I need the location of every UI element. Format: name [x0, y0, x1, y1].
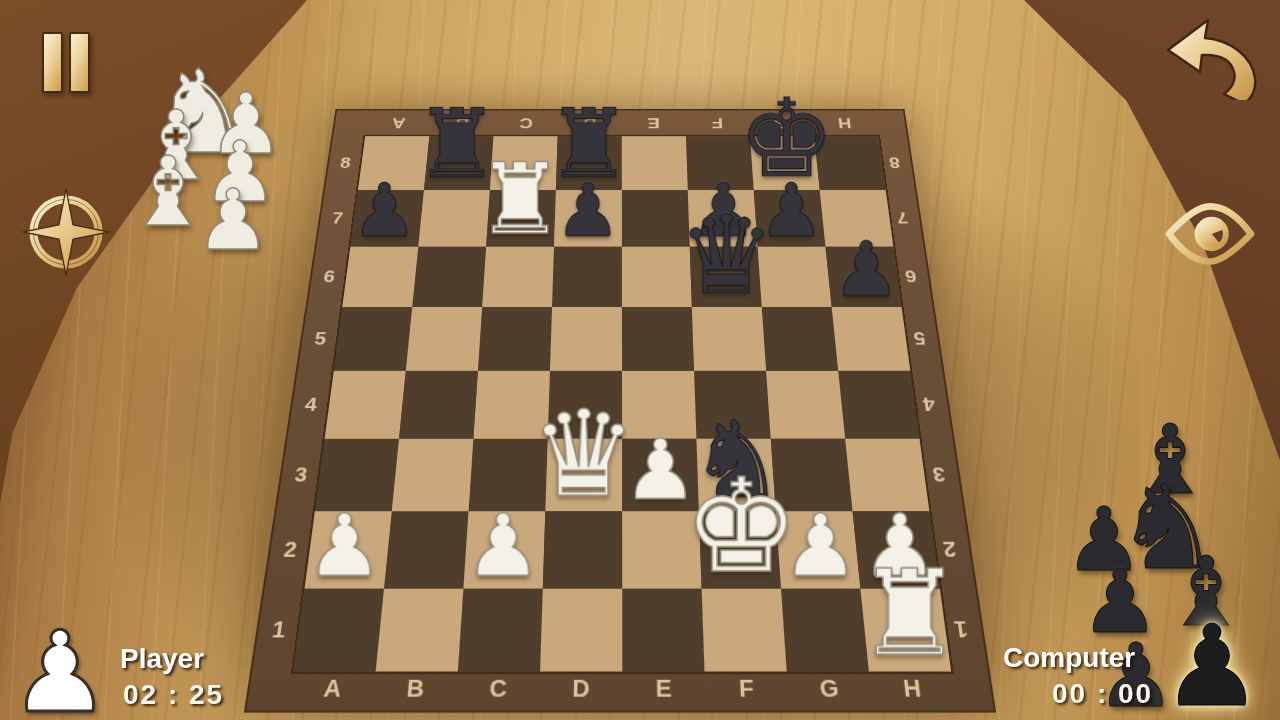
square-a2[interactable]: ♟	[305, 511, 392, 588]
computer-clock: 00 : 00	[1052, 678, 1153, 710]
square-g2[interactable]: ♟	[776, 511, 861, 588]
square-h1[interactable]: ♜	[860, 589, 951, 672]
player-name-label: Player	[120, 643, 204, 675]
board-coordinate-label: G	[786, 667, 872, 710]
board-coordinate-label: 5	[898, 307, 943, 371]
square-f6[interactable]: ♛	[690, 247, 762, 307]
piece-black-pawn-d7[interactable]: ♟	[555, 178, 621, 246]
undo-button[interactable]	[1160, 14, 1264, 100]
player-pawn-icon: ♟	[10, 616, 110, 720]
board-coordinate-label: F	[685, 110, 750, 136]
square-e8[interactable]	[622, 136, 688, 190]
square-d7[interactable]: ♟	[554, 190, 622, 247]
board-coordinate-label: A	[288, 667, 376, 710]
square-e1[interactable]	[622, 589, 704, 672]
piece-white-pawn-g2[interactable]: ♟	[782, 507, 859, 586]
file-labels-bottom: ABCDEFGH	[288, 667, 956, 710]
board-coordinate-label: 8	[875, 136, 915, 190]
square-a5[interactable]	[334, 307, 412, 371]
piece-white-pawn-a2[interactable]: ♟	[306, 507, 383, 586]
board-coordinate-label: 6	[890, 247, 933, 307]
computer-name-label: Computer	[1003, 642, 1135, 674]
undo-arrow-icon	[1160, 14, 1264, 100]
square-b6[interactable]	[412, 247, 486, 307]
pause-icon	[42, 32, 63, 93]
piece-black-queen-f6[interactable]: ♛	[678, 205, 775, 305]
board-coordinate-label: B	[372, 667, 458, 710]
square-b5[interactable]	[406, 307, 482, 371]
game-stage: ABCDEFGH ABCDEFGH 87654321 87654321 ♜♜♚♟…	[0, 0, 1280, 720]
file-labels-top: ABCDEFGH	[365, 110, 878, 136]
board-coordinate-label: A	[365, 110, 432, 136]
board-squares[interactable]: ♜♜♚♟♜♟♟♟♛♟♛♟♞♟♟♚♟♟♜	[293, 136, 951, 671]
square-d3[interactable]: ♛	[545, 439, 622, 511]
board-coordinate-label: H	[868, 667, 956, 710]
piece-black-pawn-a7[interactable]: ♟	[352, 178, 418, 246]
square-c6[interactable]	[482, 247, 554, 307]
board-coordinate-label: B	[429, 110, 495, 136]
square-c5[interactable]	[478, 307, 552, 371]
square-a1[interactable]	[293, 589, 384, 672]
board-coordinate-label: D	[539, 667, 623, 710]
board-coordinate-label: F	[704, 667, 789, 710]
chess-board[interactable]: ABCDEFGH ABCDEFGH 87654321 87654321 ♜♜♚♟…	[244, 109, 996, 713]
square-c1[interactable]	[458, 589, 543, 672]
compass-star-icon	[22, 188, 110, 276]
board-coordinate-label: C	[455, 667, 540, 710]
square-b3[interactable]	[392, 439, 474, 511]
player-clock: 02 : 25	[123, 679, 224, 711]
board-coordinate-label: E	[622, 667, 706, 710]
square-f1[interactable]	[702, 589, 787, 672]
square-a6[interactable]	[342, 247, 418, 307]
square-f5[interactable]	[692, 307, 766, 371]
square-c7[interactable]: ♜	[486, 190, 556, 247]
pause-button[interactable]	[38, 28, 98, 96]
square-d1[interactable]	[540, 589, 622, 672]
captured-white-pawn: ♟	[195, 178, 270, 262]
square-b4[interactable]	[399, 371, 478, 439]
piece-white-rook-h1[interactable]: ♜	[857, 560, 963, 669]
board-coordinate-label: D	[558, 110, 622, 136]
piece-white-pawn-c2[interactable]: ♟	[465, 507, 542, 586]
square-g5[interactable]	[762, 307, 838, 371]
board-frame: ABCDEFGH ABCDEFGH 87654321 87654321 ♜♜♚♟…	[244, 109, 996, 713]
piece-white-rook-c7[interactable]: ♜	[476, 155, 564, 245]
square-d6[interactable]	[552, 247, 622, 307]
square-f2[interactable]: ♚	[699, 511, 781, 588]
square-e5[interactable]	[622, 307, 694, 371]
board-coordinate-label: E	[622, 110, 686, 136]
square-a4[interactable]	[325, 371, 406, 439]
board-coordinate-label: G	[748, 110, 814, 136]
board-scene: ABCDEFGH ABCDEFGH 87654321 87654321 ♜♜♚♟…	[296, 45, 944, 693]
square-d5[interactable]	[550, 307, 622, 371]
pause-icon	[69, 32, 90, 93]
eye-icon	[1164, 200, 1256, 268]
compass-button[interactable]	[22, 188, 110, 276]
square-a7[interactable]: ♟	[350, 190, 424, 247]
square-b2[interactable]	[384, 511, 469, 588]
piece-white-queen-d3[interactable]: ♛	[530, 399, 637, 509]
square-c2[interactable]: ♟	[463, 511, 545, 588]
square-h4[interactable]	[838, 371, 919, 439]
board-coordinate-label: C	[493, 110, 558, 136]
computer-pawn-icon: ♟	[1162, 610, 1262, 720]
board-coordinate-label: H	[812, 110, 879, 136]
board-coordinate-label: 7	[882, 190, 924, 247]
view-button[interactable]	[1164, 200, 1256, 268]
square-d2[interactable]	[543, 511, 622, 588]
square-b1[interactable]	[376, 589, 464, 672]
